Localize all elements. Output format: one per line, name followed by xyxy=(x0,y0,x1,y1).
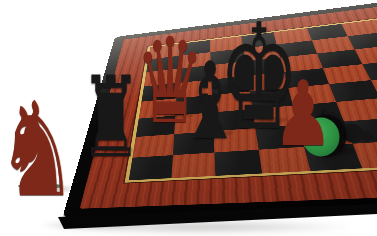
piece-red-knight[interactable]: ♞ xyxy=(0,85,78,215)
piece-black-rook[interactable]: ♜ xyxy=(80,61,142,173)
piece-red-pawn[interactable]: ♟ xyxy=(273,69,334,159)
photo-stage: ♞♜♛♝♚♟♟ xyxy=(0,0,377,236)
piece-black-bishop[interactable]: ♝ xyxy=(178,49,243,155)
